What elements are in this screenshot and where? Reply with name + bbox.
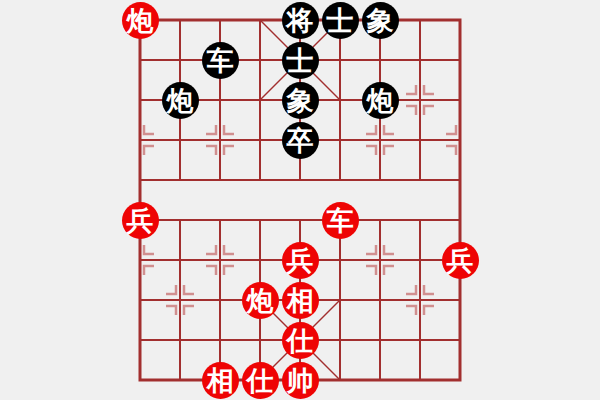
black-elephant[interactable]: 象 bbox=[282, 82, 319, 119]
black-cannon[interactable]: 炮 bbox=[162, 82, 199, 119]
board-point-0-5: 兵 bbox=[120, 200, 160, 240]
red-cannon[interactable]: 炮 bbox=[242, 282, 279, 319]
board-point-4-0: 将 bbox=[280, 0, 320, 40]
board-point-4-7: 相 bbox=[280, 280, 320, 320]
red-advisor[interactable]: 仕 bbox=[282, 322, 319, 359]
xiangqi-board: 炮将士象车士炮象炮卒兵车兵兵炮相仕相仕帅 bbox=[0, 0, 600, 400]
black-soldier[interactable]: 卒 bbox=[282, 122, 319, 159]
board-point-2-1: 车 bbox=[200, 40, 240, 80]
board-point-3-9: 仕 bbox=[240, 360, 280, 400]
red-elephant[interactable]: 相 bbox=[282, 282, 319, 319]
black-advisor[interactable]: 士 bbox=[322, 2, 359, 39]
black-general[interactable]: 将 bbox=[282, 2, 319, 39]
board-point-5-5: 车 bbox=[320, 200, 360, 240]
board-point-6-0: 象 bbox=[360, 0, 400, 40]
red-cannon[interactable]: 炮 bbox=[122, 2, 159, 39]
board-point-6-2: 炮 bbox=[360, 80, 400, 120]
board-point-5-0: 士 bbox=[320, 0, 360, 40]
red-soldier[interactable]: 兵 bbox=[442, 242, 479, 279]
red-soldier[interactable]: 兵 bbox=[282, 242, 319, 279]
black-elephant[interactable]: 象 bbox=[362, 2, 399, 39]
black-chariot[interactable]: 车 bbox=[202, 42, 239, 79]
board-point-4-2: 象 bbox=[280, 80, 320, 120]
black-advisor[interactable]: 士 bbox=[282, 42, 319, 79]
board-point-3-7: 炮 bbox=[240, 280, 280, 320]
board-point-4-3: 卒 bbox=[280, 120, 320, 160]
board-point-0-0: 炮 bbox=[120, 0, 160, 40]
red-soldier[interactable]: 兵 bbox=[122, 202, 159, 239]
piece-layer: 炮将士象车士炮象炮卒兵车兵兵炮相仕相仕帅 bbox=[120, 0, 480, 400]
board-point-1-2: 炮 bbox=[160, 80, 200, 120]
board-point-2-9: 相 bbox=[200, 360, 240, 400]
board-point-4-9: 帅 bbox=[280, 360, 320, 400]
red-elephant[interactable]: 相 bbox=[202, 362, 239, 399]
board-point-4-8: 仕 bbox=[280, 320, 320, 360]
board-point-4-6: 兵 bbox=[280, 240, 320, 280]
board-point-4-1: 士 bbox=[280, 40, 320, 80]
red-advisor[interactable]: 仕 bbox=[242, 362, 279, 399]
red-general[interactable]: 帅 bbox=[282, 362, 319, 399]
black-cannon[interactable]: 炮 bbox=[362, 82, 399, 119]
red-chariot[interactable]: 车 bbox=[322, 202, 359, 239]
board-point-8-6: 兵 bbox=[440, 240, 480, 280]
